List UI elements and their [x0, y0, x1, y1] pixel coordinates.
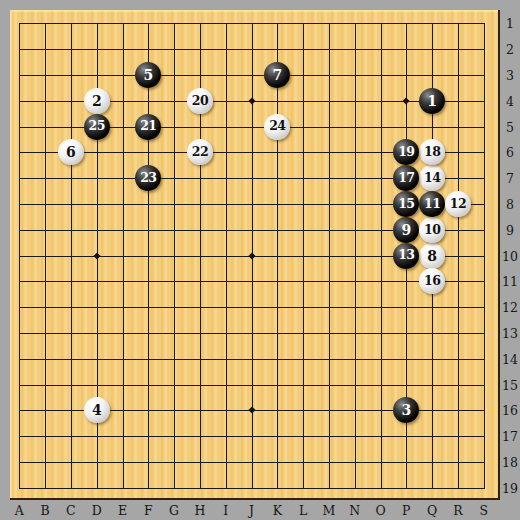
stone-white-20[interactable]: 20	[187, 88, 213, 114]
stone-white-18[interactable]: 18	[419, 139, 445, 165]
stone-black-11[interactable]: 11	[419, 191, 445, 217]
column-label-A: A	[15, 503, 24, 518]
stone-move-number: 10	[424, 223, 440, 236]
column-label-D: D	[92, 503, 102, 518]
stone-move-number: 20	[192, 94, 208, 107]
stone-move-number: 24	[269, 120, 285, 133]
column-label-H: H	[194, 503, 205, 518]
goban-stone-grid[interactable]: 1234567891011121314151617181920212223242…	[6, 11, 496, 501]
stone-white-22[interactable]: 22	[187, 139, 213, 165]
stone-move-number: 16	[424, 275, 440, 288]
stone-move-number: 6	[66, 145, 76, 159]
row-label-15: 15	[502, 377, 518, 392]
stone-move-number: 25	[89, 120, 105, 133]
row-label-17: 17	[502, 429, 518, 444]
stone-move-number: 14	[424, 172, 440, 185]
stone-black-13[interactable]: 13	[393, 243, 419, 269]
row-label-2: 2	[506, 42, 514, 57]
row-label-9: 9	[506, 222, 514, 237]
stone-move-number: 13	[398, 249, 414, 262]
stone-move-number: 3	[401, 403, 411, 417]
stone-black-9[interactable]: 9	[393, 217, 419, 243]
stone-white-6[interactable]: 6	[58, 139, 84, 165]
column-label-G: G	[169, 503, 179, 518]
stone-white-12[interactable]: 12	[445, 191, 471, 217]
stone-black-5[interactable]: 5	[135, 62, 161, 88]
row-label-13: 13	[502, 326, 518, 341]
stone-black-25[interactable]: 25	[84, 114, 110, 140]
stone-move-number: 15	[398, 197, 414, 210]
row-label-14: 14	[502, 351, 518, 366]
stone-move-number: 1	[427, 93, 437, 107]
row-label-7: 7	[506, 171, 514, 186]
column-label-R: R	[453, 503, 462, 518]
stone-move-number: 4	[92, 403, 102, 417]
row-label-19: 19	[502, 480, 518, 495]
column-label-N: N	[349, 503, 360, 518]
stone-white-16[interactable]: 16	[419, 268, 445, 294]
stone-move-number: 7	[272, 68, 282, 82]
column-label-O: O	[375, 503, 385, 518]
row-label-18: 18	[502, 455, 518, 470]
stone-black-17[interactable]: 17	[393, 165, 419, 191]
column-label-S: S	[479, 503, 488, 518]
row-label-5: 5	[506, 119, 514, 134]
stone-move-number: 9	[401, 222, 411, 236]
stone-white-14[interactable]: 14	[419, 165, 445, 191]
stone-white-24[interactable]: 24	[264, 114, 290, 140]
column-label-Q: Q	[427, 503, 437, 518]
go-diagram-window: 1234567891011121314151617181920212223242…	[0, 0, 520, 520]
row-label-11: 11	[502, 274, 518, 289]
stone-move-number: 5	[144, 68, 154, 82]
column-label-B: B	[41, 503, 50, 518]
column-label-C: C	[66, 503, 76, 518]
row-label-1: 1	[506, 16, 514, 31]
stone-move-number: 2	[92, 93, 102, 107]
stone-white-10[interactable]: 10	[419, 217, 445, 243]
row-label-8: 8	[506, 197, 514, 212]
stone-move-number: 22	[192, 146, 208, 159]
stone-black-21[interactable]: 21	[135, 114, 161, 140]
column-label-P: P	[402, 503, 410, 518]
row-label-6: 6	[506, 145, 514, 160]
column-label-J: J	[249, 503, 254, 518]
stone-move-number: 8	[427, 248, 437, 262]
column-label-K: K	[273, 503, 282, 518]
column-label-I: I	[223, 503, 228, 518]
column-label-L: L	[299, 503, 307, 518]
row-label-10: 10	[502, 248, 518, 263]
stone-move-number: 19	[398, 146, 414, 159]
stone-black-7[interactable]: 7	[264, 62, 290, 88]
stone-move-number: 12	[450, 197, 466, 210]
stone-white-8[interactable]: 8	[419, 243, 445, 269]
stone-black-23[interactable]: 23	[135, 165, 161, 191]
column-label-E: E	[118, 503, 127, 518]
stone-move-number: 23	[140, 172, 156, 185]
column-label-F: F	[144, 503, 153, 518]
stone-move-number: 18	[424, 146, 440, 159]
stone-move-number: 17	[398, 172, 414, 185]
stone-black-15[interactable]: 15	[393, 191, 419, 217]
row-label-4: 4	[506, 93, 514, 108]
stone-white-2[interactable]: 2	[84, 88, 110, 114]
stone-black-1[interactable]: 1	[419, 88, 445, 114]
stone-black-3[interactable]: 3	[393, 397, 419, 423]
stone-move-number: 11	[424, 197, 440, 210]
stone-move-number: 21	[140, 120, 156, 133]
stone-white-4[interactable]: 4	[84, 397, 110, 423]
row-label-16: 16	[502, 403, 518, 418]
stone-black-19[interactable]: 19	[393, 139, 419, 165]
row-label-3: 3	[506, 68, 514, 83]
column-label-M: M	[322, 503, 335, 518]
row-label-12: 12	[502, 300, 518, 315]
